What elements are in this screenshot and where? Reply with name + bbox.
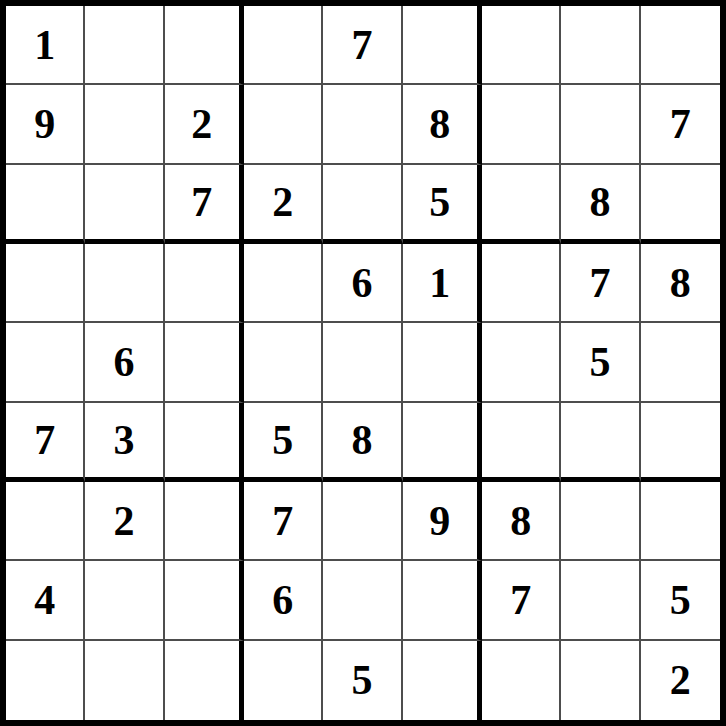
cell-r1c7[interactable]	[482, 6, 561, 85]
given-digit: 2	[191, 103, 212, 145]
cell-r7c3[interactable]	[165, 482, 244, 561]
cell-r8c8[interactable]	[561, 561, 640, 640]
cell-r9c9[interactable]: 2	[641, 641, 720, 720]
cell-r2c7[interactable]	[482, 85, 561, 164]
given-digit: 7	[191, 181, 212, 223]
cell-r5c5[interactable]	[323, 323, 402, 402]
cell-r5c6[interactable]	[403, 323, 482, 402]
cell-r6c3[interactable]	[165, 403, 244, 482]
cell-r1c9[interactable]	[641, 6, 720, 85]
cell-r3c8[interactable]: 8	[561, 165, 640, 244]
given-digit: 8	[510, 500, 531, 542]
cell-r9c8[interactable]	[561, 641, 640, 720]
cell-r4c8[interactable]: 7	[561, 244, 640, 323]
given-digit: 2	[272, 181, 293, 223]
cell-r6c9[interactable]	[641, 403, 720, 482]
given-digit: 9	[34, 103, 55, 145]
cell-r4c4[interactable]	[244, 244, 323, 323]
given-digit: 2	[113, 500, 134, 542]
given-digit: 4	[34, 579, 55, 621]
cell-r1c8[interactable]	[561, 6, 640, 85]
cell-r2c4[interactable]	[244, 85, 323, 164]
given-digit: 6	[351, 262, 372, 304]
cell-r4c2[interactable]	[85, 244, 164, 323]
cell-r6c5[interactable]: 8	[323, 403, 402, 482]
given-digit: 7	[589, 262, 610, 304]
cell-r5c4[interactable]	[244, 323, 323, 402]
cell-r5c3[interactable]	[165, 323, 244, 402]
given-digit: 5	[589, 341, 610, 383]
given-digit: 8	[429, 103, 450, 145]
cell-r9c2[interactable]	[85, 641, 164, 720]
cell-r3c2[interactable]	[85, 165, 164, 244]
cell-r1c2[interactable]	[85, 6, 164, 85]
cell-r9c6[interactable]	[403, 641, 482, 720]
cell-r2c6[interactable]: 8	[403, 85, 482, 164]
given-digit: 5	[351, 659, 372, 701]
cell-r8c9[interactable]: 5	[641, 561, 720, 640]
cell-r1c6[interactable]	[403, 6, 482, 85]
cell-r1c3[interactable]	[165, 6, 244, 85]
cell-r3c3[interactable]: 7	[165, 165, 244, 244]
cell-r6c8[interactable]	[561, 403, 640, 482]
given-digit: 5	[670, 579, 691, 621]
cell-r1c4[interactable]	[244, 6, 323, 85]
cell-r3c6[interactable]: 5	[403, 165, 482, 244]
cell-r2c1[interactable]: 9	[6, 85, 85, 164]
cell-r8c2[interactable]	[85, 561, 164, 640]
cell-r6c1[interactable]: 7	[6, 403, 85, 482]
cell-r5c8[interactable]: 5	[561, 323, 640, 402]
cell-r5c7[interactable]	[482, 323, 561, 402]
cell-r3c1[interactable]	[6, 165, 85, 244]
cell-r5c2[interactable]: 6	[85, 323, 164, 402]
cell-r9c7[interactable]	[482, 641, 561, 720]
cell-r4c9[interactable]: 8	[641, 244, 720, 323]
cell-r7c1[interactable]	[6, 482, 85, 561]
given-digit: 5	[429, 181, 450, 223]
cell-r3c7[interactable]	[482, 165, 561, 244]
cell-r6c2[interactable]: 3	[85, 403, 164, 482]
cell-r7c5[interactable]	[323, 482, 402, 561]
given-digit: 8	[589, 181, 610, 223]
given-digit: 5	[272, 419, 293, 461]
cell-r8c6[interactable]	[403, 561, 482, 640]
cell-r6c4[interactable]: 5	[244, 403, 323, 482]
cell-r8c4[interactable]: 6	[244, 561, 323, 640]
cell-r3c9[interactable]	[641, 165, 720, 244]
cell-r3c5[interactable]	[323, 165, 402, 244]
sudoku-board: 179287725861786573582798467552	[0, 0, 726, 726]
cell-r9c3[interactable]	[165, 641, 244, 720]
cell-r7c9[interactable]	[641, 482, 720, 561]
cell-r2c9[interactable]: 7	[641, 85, 720, 164]
given-digit: 7	[351, 24, 372, 66]
cell-r9c5[interactable]: 5	[323, 641, 402, 720]
cell-r3c4[interactable]: 2	[244, 165, 323, 244]
cell-r2c5[interactable]	[323, 85, 402, 164]
cell-r4c3[interactable]	[165, 244, 244, 323]
given-digit: 8	[670, 262, 691, 304]
cell-r8c7[interactable]: 7	[482, 561, 561, 640]
given-digit: 7	[34, 419, 55, 461]
cell-r9c4[interactable]	[244, 641, 323, 720]
cell-r6c7[interactable]	[482, 403, 561, 482]
given-digit: 7	[670, 103, 691, 145]
cell-r9c1[interactable]	[6, 641, 85, 720]
cell-r7c8[interactable]	[561, 482, 640, 561]
given-digit: 8	[351, 419, 372, 461]
cell-r4c7[interactable]	[482, 244, 561, 323]
cell-r2c3[interactable]: 2	[165, 85, 244, 164]
given-digit: 1	[429, 262, 450, 304]
cell-r7c2[interactable]: 2	[85, 482, 164, 561]
given-digit: 9	[429, 500, 450, 542]
given-digit: 7	[510, 579, 531, 621]
given-digit: 6	[272, 579, 293, 621]
cell-r7c7[interactable]: 8	[482, 482, 561, 561]
cell-r8c1[interactable]: 4	[6, 561, 85, 640]
given-digit: 7	[272, 500, 293, 542]
cell-r4c5[interactable]: 6	[323, 244, 402, 323]
cell-r7c6[interactable]: 9	[403, 482, 482, 561]
cell-r4c1[interactable]	[6, 244, 85, 323]
cell-r1c5[interactable]: 7	[323, 6, 402, 85]
given-digit: 1	[34, 24, 55, 66]
cell-r7c4[interactable]: 7	[244, 482, 323, 561]
cell-r4c6[interactable]: 1	[403, 244, 482, 323]
given-digit: 6	[113, 341, 134, 383]
cell-r2c2[interactable]	[85, 85, 164, 164]
cell-r6c6[interactable]	[403, 403, 482, 482]
cell-r8c5[interactable]	[323, 561, 402, 640]
cell-r1c1[interactable]: 1	[6, 6, 85, 85]
cell-r2c8[interactable]	[561, 85, 640, 164]
cell-r8c3[interactable]	[165, 561, 244, 640]
given-digit: 2	[670, 659, 691, 701]
given-digit: 3	[113, 419, 134, 461]
cell-r5c1[interactable]	[6, 323, 85, 402]
cell-r5c9[interactable]	[641, 323, 720, 402]
